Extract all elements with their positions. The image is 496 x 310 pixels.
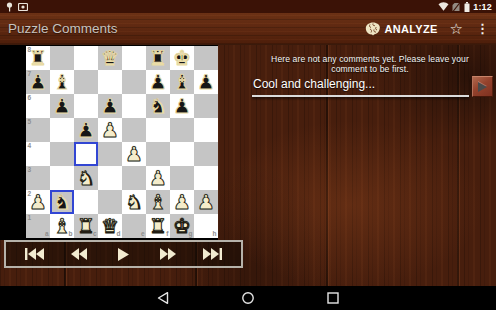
- content-area: 8♜♛♜♚7♟♝♟♝♟6♟♟♞♟5♟♟4♟3♞♟2♟♞♞♝♟♟1ab♝c♜d♛e…: [0, 45, 496, 286]
- status-left-icons: [6, 2, 28, 12]
- rank-label-6: 6: [28, 95, 32, 102]
- board-zone: 8♜♛♜♚7♟♝♟♝♟6♟♟♞♟5♟♟4♟3♞♟2♟♞♞♝♟♟1ab♝c♜d♛e…: [0, 45, 218, 240]
- square-f7[interactable]: ♟: [146, 70, 170, 94]
- action-bar: Puzzle Comments ANALYZE ☆ ⋮: [0, 13, 496, 45]
- back-button[interactable]: [157, 292, 169, 305]
- square-e8[interactable]: [122, 46, 146, 70]
- black-queen-d8: ♛: [98, 46, 122, 70]
- comment-compose-row: Cool and challenging...: [252, 76, 493, 97]
- square-g6[interactable]: ♟: [170, 94, 194, 118]
- square-a2[interactable]: 2♟: [26, 190, 50, 214]
- overflow-menu-button[interactable]: ⋮: [476, 22, 489, 35]
- square-a1[interactable]: 1a: [26, 214, 50, 238]
- square-h2[interactable]: ♟: [194, 190, 218, 214]
- square-b7[interactable]: ♝: [50, 70, 74, 94]
- square-e3[interactable]: [122, 166, 146, 190]
- recents-button[interactable]: [327, 292, 339, 304]
- square-b4[interactable]: [50, 142, 74, 166]
- square-f8[interactable]: ♜: [146, 46, 170, 70]
- square-f6[interactable]: ♞: [146, 94, 170, 118]
- square-g8[interactable]: ♚: [170, 46, 194, 70]
- square-c7[interactable]: [74, 70, 98, 94]
- square-e4[interactable]: ♟: [122, 142, 146, 166]
- file-label-a: a: [45, 231, 49, 238]
- square-f5[interactable]: [146, 118, 170, 142]
- rank-label-2: 2: [28, 191, 32, 198]
- black-rook-f8: ♜: [146, 46, 170, 70]
- wifi-icon: [438, 2, 449, 11]
- square-f1[interactable]: f♜: [146, 214, 170, 238]
- play-button[interactable]: [108, 244, 138, 264]
- black-king-g8: ♚: [170, 46, 194, 70]
- rank-label-1: 1: [28, 215, 32, 222]
- white-pawn-h2: ♟: [194, 190, 218, 214]
- square-d7[interactable]: [98, 70, 122, 94]
- square-d6[interactable]: ♟: [98, 94, 122, 118]
- file-label-e: e: [141, 231, 145, 238]
- file-label-b: b: [69, 231, 73, 238]
- last-move-button[interactable]: [198, 244, 228, 264]
- analyze-button[interactable]: ANALYZE: [365, 22, 438, 36]
- android-nav-bar: [0, 286, 496, 310]
- previous-move-button[interactable]: [64, 244, 94, 264]
- rank-label-4: 4: [28, 143, 32, 150]
- rewind-icon: [71, 248, 87, 260]
- file-label-d: d: [117, 231, 121, 238]
- first-move-button[interactable]: [19, 244, 49, 264]
- rank-label-5: 5: [28, 119, 32, 126]
- square-a7[interactable]: 7♟: [26, 70, 50, 94]
- square-f3[interactable]: ♟: [146, 166, 170, 190]
- square-c8[interactable]: [74, 46, 98, 70]
- square-e6[interactable]: [122, 94, 146, 118]
- home-button[interactable]: [242, 292, 255, 305]
- no-sim-icon: [452, 2, 461, 12]
- file-label-f: f: [166, 231, 168, 238]
- skip-to-end-icon: [203, 248, 222, 260]
- square-h5[interactable]: [194, 118, 218, 142]
- square-e2[interactable]: ♞: [122, 190, 146, 214]
- square-d5[interactable]: ♟: [98, 118, 122, 142]
- square-c2[interactable]: [74, 190, 98, 214]
- rank-label-3: 3: [28, 167, 32, 174]
- square-c6[interactable]: [74, 94, 98, 118]
- square-c1[interactable]: c♜: [74, 214, 98, 238]
- send-comment-button[interactable]: [472, 76, 493, 97]
- square-g7[interactable]: ♝: [170, 70, 194, 94]
- battery-icon: [464, 2, 470, 12]
- black-pawn-g6: ♟: [170, 94, 194, 118]
- square-h6[interactable]: [194, 94, 218, 118]
- fast-forward-icon: [160, 248, 176, 260]
- square-b8[interactable]: [50, 46, 74, 70]
- file-label-h: h: [213, 231, 217, 238]
- next-move-button[interactable]: [153, 244, 183, 264]
- square-a4[interactable]: 4: [26, 142, 50, 166]
- no-comments-message: Here are not any comments yet. Please le…: [254, 54, 486, 74]
- square-h1[interactable]: h: [194, 214, 218, 238]
- square-a3[interactable]: 3: [26, 166, 50, 190]
- skip-to-start-icon: [25, 248, 44, 260]
- clock: 1:12: [473, 2, 492, 12]
- square-f2[interactable]: ♝: [146, 190, 170, 214]
- rank-label-8: 8: [28, 47, 32, 54]
- square-e7[interactable]: [122, 70, 146, 94]
- square-d1[interactable]: d♛: [98, 214, 122, 238]
- black-pawn-h7: ♟: [194, 70, 218, 94]
- black-pawn-b6: ♟: [50, 94, 74, 118]
- white-knight-e2: ♞: [122, 190, 146, 214]
- square-b5[interactable]: [50, 118, 74, 142]
- black-pawn-c5: ♟: [74, 118, 98, 142]
- black-knight-f6: ♞: [146, 94, 170, 118]
- file-label-c: c: [93, 231, 97, 238]
- file-label-g: g: [189, 231, 193, 238]
- square-g1[interactable]: g♚: [170, 214, 194, 238]
- white-pawn-f3: ♟: [146, 166, 170, 190]
- page-title: Puzzle Comments: [8, 21, 118, 36]
- square-h7[interactable]: ♟: [194, 70, 218, 94]
- square-g4[interactable]: [170, 142, 194, 166]
- square-a5[interactable]: 5: [26, 118, 50, 142]
- square-h3[interactable]: [194, 166, 218, 190]
- square-e5[interactable]: [122, 118, 146, 142]
- playback-bar: [4, 240, 243, 268]
- black-knight-b2: ♞: [50, 190, 74, 214]
- white-pawn-g2: ♟: [170, 190, 194, 214]
- white-pawn-d5: ♟: [98, 118, 122, 142]
- white-pawn-e4: ♟: [122, 142, 146, 166]
- square-f4[interactable]: [146, 142, 170, 166]
- square-b6[interactable]: ♟: [50, 94, 74, 118]
- send-arrow-icon: [478, 82, 487, 92]
- action-bar-buttons: ANALYZE ☆ ⋮: [365, 21, 496, 36]
- square-d8[interactable]: ♛: [98, 46, 122, 70]
- square-h4[interactable]: [194, 142, 218, 166]
- square-d2[interactable]: [98, 190, 122, 214]
- square-a8[interactable]: 8♜: [26, 46, 50, 70]
- square-c5[interactable]: ♟: [74, 118, 98, 142]
- play-icon: [118, 248, 129, 261]
- black-pawn-f7: ♟: [146, 70, 170, 94]
- square-g3[interactable]: [170, 166, 194, 190]
- comments-panel: Here are not any comments yet. Please le…: [244, 45, 496, 286]
- status-bar: 1:12: [0, 0, 496, 13]
- analyze-label: ANALYZE: [385, 23, 438, 35]
- square-c4[interactable]: [74, 142, 98, 166]
- square-e1[interactable]: e: [122, 214, 146, 238]
- white-bishop-f2: ♝: [146, 190, 170, 214]
- black-pawn-d6: ♟: [98, 94, 122, 118]
- square-g2[interactable]: ♟: [170, 190, 194, 214]
- app-screen: 1:12 Puzzle Comments ANALYZE ☆ ⋮ 8♜♛♜♚7♟…: [0, 0, 496, 310]
- brain-icon: [365, 22, 381, 36]
- square-g5[interactable]: [170, 118, 194, 142]
- square-h8[interactable]: [194, 46, 218, 70]
- status-right-icons: 1:12: [438, 2, 492, 12]
- white-knight-c3: ♞: [74, 166, 98, 190]
- black-bishop-b7: ♝: [50, 70, 74, 94]
- favorite-star-button[interactable]: ☆: [450, 21, 463, 36]
- rank-label-7: 7: [28, 71, 32, 78]
- chess-board: 8♜♛♜♚7♟♝♟♝♟6♟♟♞♟5♟♟4♟3♞♟2♟♞♞♝♟♟1ab♝c♜d♛e…: [26, 46, 218, 238]
- square-d4[interactable]: [98, 142, 122, 166]
- square-d3[interactable]: [98, 166, 122, 190]
- square-b2[interactable]: ♞: [50, 190, 74, 214]
- square-a6[interactable]: 6: [26, 94, 50, 118]
- comment-input[interactable]: Cool and challenging...: [252, 77, 469, 97]
- square-b3[interactable]: [50, 166, 74, 190]
- square-b1[interactable]: b♝: [50, 214, 74, 238]
- black-bishop-g7: ♝: [170, 70, 194, 94]
- pin-icon: [6, 2, 13, 12]
- screenshot-icon: [18, 2, 28, 11]
- square-c3[interactable]: ♞: [74, 166, 98, 190]
